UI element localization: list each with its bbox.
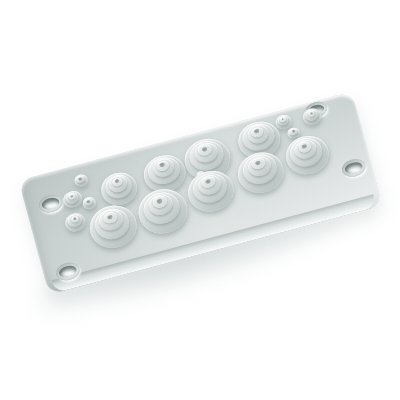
screw-hole (339, 156, 367, 179)
membrane-grommet-tiny (81, 196, 97, 210)
membrane-grommet-small (301, 107, 322, 127)
screw-hole-opening (343, 160, 363, 175)
membrane-grommet-tiny (72, 173, 88, 187)
screw-hole-opening (57, 263, 77, 278)
membrane-grommet-large (133, 184, 191, 238)
membrane-grommet-large (84, 201, 140, 253)
membrane-grommet-small (60, 189, 83, 210)
screw-hole (36, 192, 64, 215)
membrane-grommet-small (63, 211, 87, 233)
photo-canvas (0, 0, 400, 400)
screw-hole-opening (40, 196, 60, 211)
